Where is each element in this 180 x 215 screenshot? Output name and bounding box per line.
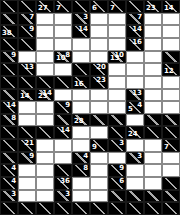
across-clue: 9 xyxy=(29,153,34,160)
across-clue: 10 xyxy=(114,52,124,59)
kakuro-cell-white[interactable] xyxy=(90,177,108,190)
kakuro-black-cell xyxy=(144,126,162,139)
kakuro-cell-white[interactable] xyxy=(108,152,126,165)
across-clue: 20 xyxy=(96,64,106,71)
kakuro-black-cell xyxy=(0,13,18,26)
kakuro-black-cell xyxy=(0,202,18,215)
kakuro-cell-white[interactable] xyxy=(144,139,162,152)
kakuro-clue-cell: 16 xyxy=(126,38,144,51)
kakuro-cell-white[interactable] xyxy=(108,13,126,26)
kakuro-cell-white[interactable] xyxy=(36,51,54,64)
kakuro-cell-white[interactable] xyxy=(90,164,108,177)
kakuro-cell-white[interactable] xyxy=(54,152,72,165)
kakuro-black-cell xyxy=(0,38,18,51)
across-clue: 9 xyxy=(65,102,70,109)
kakuro-black-cell xyxy=(72,202,90,215)
kakuro-clue-cell: 6 xyxy=(108,177,126,190)
kakuro-cell-white[interactable] xyxy=(90,152,108,165)
kakuro-black-cell xyxy=(0,152,18,165)
across-clue: 13 xyxy=(132,90,142,97)
across-clue: 4 xyxy=(11,178,16,185)
down-clue: 14 xyxy=(20,93,30,100)
kakuro-black-cell xyxy=(0,139,18,152)
down-clue: 7 xyxy=(110,5,115,12)
kakuro-clue-cell: 36 xyxy=(54,177,72,190)
kakuro-black-cell xyxy=(18,76,36,89)
across-clue: 8 xyxy=(11,115,16,122)
kakuro-black-cell xyxy=(162,177,180,190)
kakuro-cell-white[interactable] xyxy=(36,25,54,38)
kakuro-cell-white[interactable] xyxy=(18,114,36,127)
kakuro-cell-white[interactable] xyxy=(36,190,54,203)
kakuro-cell-white[interactable] xyxy=(144,76,162,89)
across-clue: 14 xyxy=(6,102,16,109)
kakuro-cell-white[interactable] xyxy=(144,63,162,76)
across-clue: 9 xyxy=(119,165,124,172)
kakuro-cell-white[interactable] xyxy=(90,13,108,26)
kakuro-black-cell xyxy=(126,202,144,215)
kakuro-clue-cell: 7 xyxy=(126,13,144,26)
kakuro-black-cell xyxy=(90,114,108,127)
kakuro-clue-cell: 14 xyxy=(72,25,90,38)
kakuro-cell-white[interactable] xyxy=(90,38,108,51)
kakuro-cell-white[interactable] xyxy=(90,101,108,114)
kakuro-clue-cell: 38 xyxy=(0,25,18,38)
kakuro-cell-white[interactable] xyxy=(162,25,180,38)
kakuro-clue-cell: 14 xyxy=(126,25,144,38)
kakuro-black-cell xyxy=(0,0,18,13)
across-clue: 3 xyxy=(65,191,70,198)
kakuro-clue-cell: 27 xyxy=(36,0,54,13)
kakuro-clue-cell: 3 xyxy=(54,190,72,203)
kakuro-black-cell xyxy=(0,76,18,89)
kakuro-board: 2776723147373891414169810101313201216231… xyxy=(0,0,180,215)
kakuro-cell-white[interactable] xyxy=(54,13,72,26)
across-clue: 3 xyxy=(11,191,16,198)
kakuro-clue-cell: 13 xyxy=(18,63,36,76)
kakuro-cell-white[interactable] xyxy=(90,126,108,139)
across-clue: 9 xyxy=(29,26,34,33)
down-clue: 13 xyxy=(110,55,120,62)
kakuro-clue-cell: 20 xyxy=(90,63,108,76)
kakuro-clue-cell: 13 xyxy=(126,89,144,102)
down-clue: 24 xyxy=(128,131,138,138)
across-clue: 14 xyxy=(78,26,88,33)
down-clue: 12 xyxy=(164,68,174,75)
kakuro-black-cell xyxy=(0,89,18,102)
across-clue: 16 xyxy=(132,39,142,46)
across-clue: 4 xyxy=(137,102,142,109)
kakuro-cell-white[interactable] xyxy=(126,164,144,177)
kakuro-cell-white[interactable] xyxy=(72,89,90,102)
kakuro-black-cell xyxy=(72,0,90,13)
kakuro-black-cell xyxy=(108,114,126,127)
across-clue: 14 xyxy=(132,26,142,33)
across-clue: 4 xyxy=(83,153,88,160)
kakuro-cell-white[interactable] xyxy=(72,190,90,203)
kakuro-clue-cell: 8 xyxy=(0,114,18,127)
across-clue: 6 xyxy=(119,178,124,185)
kakuro-cell-white[interactable] xyxy=(90,25,108,38)
kakuro-cell-white[interactable] xyxy=(108,89,126,102)
kakuro-cell-white[interactable] xyxy=(18,51,36,64)
kakuro-black-cell xyxy=(126,190,144,203)
kakuro-cell-white[interactable] xyxy=(162,164,180,177)
down-clue: 23 xyxy=(146,5,156,12)
kakuro-black-cell xyxy=(108,126,126,139)
kakuro-cell-white[interactable] xyxy=(162,101,180,114)
kakuro-clue-cell: 7 xyxy=(54,0,72,13)
down-clue: 38 xyxy=(2,30,12,37)
kakuro-cell-white[interactable] xyxy=(108,25,126,38)
kakuro-clue-cell: 14 xyxy=(18,89,36,102)
kakuro-clue-cell: 9 xyxy=(90,139,108,152)
kakuro-cell-white[interactable] xyxy=(144,101,162,114)
kakuro-cell-white[interactable] xyxy=(36,63,54,76)
kakuro-clue-cell: 12 xyxy=(162,63,180,76)
down-clue: 7 xyxy=(164,144,169,151)
kakuro-cell-white[interactable] xyxy=(36,38,54,51)
kakuro-cell-white[interactable] xyxy=(36,13,54,26)
across-clue: 8 xyxy=(83,165,88,172)
kakuro-cell-white[interactable] xyxy=(144,164,162,177)
kakuro-clue-cell: 14 xyxy=(54,126,72,139)
kakuro-cell-white[interactable] xyxy=(54,63,72,76)
kakuro-cell-white[interactable] xyxy=(144,38,162,51)
kakuro-clue-cell: 1013 xyxy=(108,51,126,64)
kakuro-cell-white[interactable] xyxy=(162,13,180,26)
kakuro-clue-cell: 3 xyxy=(72,13,90,26)
kakuro-black-cell xyxy=(36,76,54,89)
kakuro-clue-cell: 4 xyxy=(0,164,18,177)
kakuro-black-cell xyxy=(144,114,162,127)
kakuro-black-cell xyxy=(162,126,180,139)
kakuro-black-cell xyxy=(54,164,72,177)
kakuro-black-cell xyxy=(162,202,180,215)
across-clue: 3 xyxy=(83,14,88,21)
kakuro-clue-cell: 45 xyxy=(126,101,144,114)
down-clue: 6 xyxy=(92,5,97,12)
kakuro-cell-white[interactable] xyxy=(162,38,180,51)
kakuro-cell-white[interactable] xyxy=(108,101,126,114)
kakuro-cell-white[interactable] xyxy=(54,89,72,102)
kakuro-clue-cell: 3 xyxy=(0,190,18,203)
across-clue: 21 xyxy=(24,140,34,147)
kakuro-clue-cell: 28 xyxy=(72,114,90,127)
kakuro-cell-white[interactable] xyxy=(72,51,90,64)
kakuro-clue-cell: 9 xyxy=(18,25,36,38)
kakuro-black-cell xyxy=(162,51,180,64)
kakuro-black-cell xyxy=(72,63,90,76)
kakuro-black-cell xyxy=(162,114,180,127)
kakuro-cell-white[interactable] xyxy=(108,63,126,76)
kakuro-cell-white[interactable] xyxy=(18,190,36,203)
kakuro-black-cell xyxy=(0,126,18,139)
across-clue: 8 xyxy=(65,52,70,59)
kakuro-black-cell xyxy=(0,63,18,76)
down-clue: 7 xyxy=(56,5,61,12)
kakuro-cell-white[interactable] xyxy=(126,51,144,64)
across-clue: 3 xyxy=(119,140,124,147)
across-clue: 9 xyxy=(11,52,16,59)
kakuro-cell-white[interactable] xyxy=(72,177,90,190)
kakuro-clue-cell: 23 xyxy=(144,0,162,13)
kakuro-cell-white[interactable] xyxy=(72,126,90,139)
kakuro-cell-white[interactable] xyxy=(126,114,144,127)
across-clue: 14 xyxy=(60,127,70,134)
kakuro-black-cell xyxy=(18,202,36,215)
kakuro-clue-cell: 9 xyxy=(54,101,72,114)
kakuro-black-cell xyxy=(54,76,72,89)
kakuro-cell-white[interactable] xyxy=(18,101,36,114)
kakuro-cell-white[interactable] xyxy=(36,101,54,114)
kakuro-black-cell xyxy=(162,190,180,203)
across-clue: 13 xyxy=(24,64,34,71)
kakuro-cell-white[interactable] xyxy=(36,114,54,127)
kakuro-cell-white[interactable] xyxy=(126,63,144,76)
kakuro-cell-white[interactable] xyxy=(54,25,72,38)
kakuro-black-cell xyxy=(18,126,36,139)
kakuro-clue-cell: 7 xyxy=(162,139,180,152)
down-clue: 10 xyxy=(56,55,66,62)
kakuro-cell-white[interactable] xyxy=(144,89,162,102)
kakuro-cell-white[interactable] xyxy=(126,76,144,89)
kakuro-cell-white[interactable] xyxy=(72,38,90,51)
kakuro-cell-white[interactable] xyxy=(54,139,72,152)
down-clue: 28 xyxy=(74,118,84,125)
kakuro-clue-cell: 810 xyxy=(54,51,72,64)
kakuro-cell-white[interactable] xyxy=(144,51,162,64)
across-clue: 7 xyxy=(29,14,34,21)
kakuro-cell-white[interactable] xyxy=(126,139,144,152)
across-clue: 14 xyxy=(42,90,52,97)
kakuro-black-cell xyxy=(108,190,126,203)
down-clue: 27 xyxy=(38,5,48,12)
kakuro-black-cell xyxy=(18,38,36,51)
kakuro-clue-cell: 8 xyxy=(72,164,90,177)
kakuro-cell-white[interactable] xyxy=(90,51,108,64)
kakuro-clue-cell: 9 xyxy=(108,164,126,177)
down-clue: 16 xyxy=(74,81,84,88)
kakuro-cell-white[interactable] xyxy=(162,89,180,102)
kakuro-cell-white[interactable] xyxy=(90,190,108,203)
kakuro-black-cell xyxy=(90,202,108,215)
kakuro-clue-cell: 4 xyxy=(72,152,90,165)
kakuro-cell-white[interactable] xyxy=(144,13,162,26)
kakuro-clue-cell: 6 xyxy=(90,0,108,13)
kakuro-clue-cell: 24 xyxy=(126,126,144,139)
kakuro-black-cell xyxy=(144,190,162,203)
kakuro-clue-cell: 7 xyxy=(108,0,126,13)
down-clue: 5 xyxy=(128,106,133,113)
kakuro-black-cell xyxy=(36,126,54,139)
kakuro-cell-white[interactable] xyxy=(144,177,162,190)
kakuro-clue-cell: 3 xyxy=(108,139,126,152)
kakuro-clue-cell: 9 xyxy=(0,51,18,64)
kakuro-cell-white[interactable] xyxy=(18,164,36,177)
kakuro-cell-white[interactable] xyxy=(36,164,54,177)
across-clue: 7 xyxy=(137,14,142,21)
kakuro-black-cell xyxy=(18,0,36,13)
down-clue: 14 xyxy=(164,5,174,12)
across-clue: 3 xyxy=(137,153,142,160)
kakuro-cell-white[interactable] xyxy=(54,38,72,51)
down-clue: 23 xyxy=(38,93,48,100)
kakuro-black-cell xyxy=(144,202,162,215)
kakuro-clue-cell: 9 xyxy=(18,152,36,165)
kakuro-cell-white[interactable] xyxy=(144,152,162,165)
kakuro-clue-cell: 1423 xyxy=(36,89,54,102)
kakuro-cell-white[interactable] xyxy=(126,177,144,190)
across-clue: 23 xyxy=(96,77,106,84)
kakuro-cell-white[interactable] xyxy=(72,101,90,114)
kakuro-cell-white[interactable] xyxy=(162,76,180,89)
kakuro-cell-white[interactable] xyxy=(108,76,126,89)
kakuro-clue-cell: 14 xyxy=(0,101,18,114)
kakuro-black-cell xyxy=(126,0,144,13)
kakuro-cell-white[interactable] xyxy=(144,25,162,38)
kakuro-cell-white[interactable] xyxy=(108,38,126,51)
kakuro-clue-cell: 7 xyxy=(18,13,36,26)
kakuro-cell-white[interactable] xyxy=(18,177,36,190)
kakuro-cell-white[interactable] xyxy=(72,139,90,152)
across-clue: 4 xyxy=(11,165,16,172)
kakuro-clue-cell: 14 xyxy=(162,0,180,13)
kakuro-black-cell xyxy=(54,114,72,127)
kakuro-black-cell xyxy=(36,202,54,215)
kakuro-clue-cell: 4 xyxy=(0,177,18,190)
kakuro-clue-cell: 23 xyxy=(90,76,108,89)
kakuro-cell-white[interactable] xyxy=(36,139,54,152)
kakuro-cell-white[interactable] xyxy=(36,152,54,165)
kakuro-clue-cell: 21 xyxy=(18,139,36,152)
across-clue: 36 xyxy=(60,178,70,185)
kakuro-cell-white[interactable] xyxy=(90,89,108,102)
kakuro-black-cell xyxy=(54,202,72,215)
kakuro-cell-white[interactable] xyxy=(162,152,180,165)
kakuro-black-cell xyxy=(108,202,126,215)
down-clue: 9 xyxy=(92,144,97,151)
kakuro-clue-cell: 3 xyxy=(126,152,144,165)
kakuro-cell-white[interactable] xyxy=(36,177,54,190)
kakuro-clue-cell: 16 xyxy=(72,76,90,89)
